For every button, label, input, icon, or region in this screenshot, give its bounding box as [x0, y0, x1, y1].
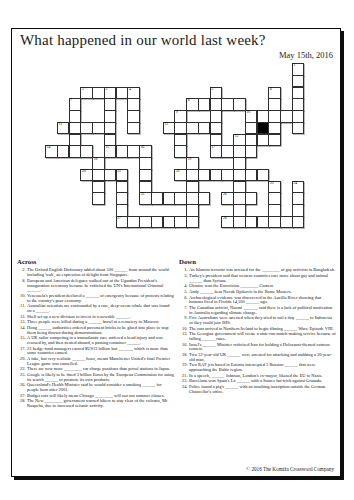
grid-cell — [233, 169, 246, 182]
grid-cell — [139, 216, 152, 229]
grid-cell — [210, 134, 223, 147]
clue-number: 22 — [176, 170, 180, 174]
grid-cell — [221, 145, 234, 158]
grid-cell: 17 — [210, 145, 223, 158]
clue-num: 18. — [179, 353, 189, 363]
clue-number: 19 — [188, 158, 192, 162]
grid-cell — [233, 145, 246, 158]
clue-number: 1 — [293, 64, 295, 68]
grid-cell — [69, 134, 82, 147]
grid-cell — [233, 192, 246, 205]
grid-cell — [186, 169, 199, 182]
grid-cell: 7 — [69, 98, 82, 111]
clue: 11.Australian scientists are confounded … — [17, 304, 174, 314]
grid-cell: 12 — [163, 122, 176, 135]
clue-num: 9. — [179, 316, 189, 326]
grid-cell — [257, 216, 270, 229]
clue-number: 18 — [94, 158, 98, 162]
across-heading: Across — [17, 258, 174, 265]
clue-number: 20 — [82, 170, 86, 174]
clue-number: 14 — [47, 146, 51, 150]
grid-cell: 5 — [210, 87, 223, 100]
clue: 7.The Canadian activist, Naomi ______, s… — [179, 306, 336, 316]
grid-cell — [92, 87, 105, 100]
clue: 2.The Oxford English Dictionary added ab… — [17, 268, 174, 278]
grid-cell — [186, 204, 199, 217]
grid-cell — [221, 169, 234, 182]
crossword-page: What happened in our world last week? Ma… — [11, 28, 341, 477]
clue-number: 10 — [246, 111, 250, 115]
clue-number: 21 — [117, 170, 121, 174]
grid-cell: 18 — [92, 157, 105, 170]
grid-cell — [210, 122, 223, 135]
clue: 20.A fake, but very realistic ______ hoa… — [17, 357, 174, 367]
grid-cell: 13 — [233, 134, 246, 147]
clue-number: 24 — [293, 182, 297, 186]
grid-cell: 1 — [292, 63, 305, 76]
grid-cell: 6 — [268, 87, 281, 100]
grid-cell — [198, 169, 211, 182]
grid-cell — [69, 122, 82, 135]
clue-num: 19. — [179, 363, 189, 373]
grid-cell — [292, 122, 305, 135]
clue-num: 2. — [17, 268, 27, 278]
clue-num: 25. — [17, 373, 27, 383]
grid-cell: 20 — [80, 169, 93, 182]
clue-number: 28 — [223, 217, 227, 221]
grid-cell — [80, 122, 93, 135]
grid-cell — [139, 169, 152, 182]
clue: 24.Police found a pig's ______ with an i… — [179, 385, 336, 395]
crossword-grid: 1234567891011121314151617181920212223242… — [45, 63, 307, 229]
grid-cell — [292, 204, 305, 217]
clue: 6.Archaeological evidence was discovered… — [179, 296, 336, 306]
grid-cell — [104, 98, 117, 111]
clue: 26.Queensland's Health Minister said he … — [17, 383, 174, 393]
clue-text: Queensland's Health Minister said he wou… — [27, 383, 174, 393]
clue-text: 23 hedge-fund managers earned $US13 bill… — [27, 347, 174, 357]
clue-number: 16 — [141, 146, 145, 150]
grid-cell: 11 — [57, 122, 70, 135]
grid-cell — [233, 157, 246, 170]
grid-cell — [257, 110, 270, 123]
clue-num: 6. — [179, 296, 189, 306]
clue-number: 17 — [211, 146, 215, 150]
clue-number: 25 — [141, 193, 145, 197]
grid-cell — [127, 216, 140, 229]
grid-cell — [104, 122, 117, 135]
clue-number: 9 — [176, 111, 178, 115]
grid-cell — [69, 110, 82, 123]
down-clues: Down 1.An Islamist terrorist was arreste… — [179, 258, 336, 395]
grid-cell: 3 — [104, 87, 117, 100]
grid-cell — [104, 169, 117, 182]
clue: 19.Two RAF jets based in Estonia interce… — [179, 363, 336, 373]
clue-text: Archaeological evidence was discovered i… — [189, 296, 336, 306]
grid-cell — [151, 192, 164, 205]
grid-cell: 4 — [127, 87, 140, 100]
clue: 5.Andy ______ beat Novak Djokovic in the… — [179, 290, 336, 295]
grid-cell — [92, 192, 105, 205]
grid-cell — [210, 110, 223, 123]
grid-cell — [210, 98, 223, 111]
grid-cell — [174, 216, 187, 229]
grid-cell — [151, 216, 164, 229]
clue-text: The Georgian government will create a st… — [189, 332, 336, 342]
across-clue-list: 2.The Oxford English Dictionary added ab… — [17, 268, 174, 409]
clue: 9.Five Australians were arrested when th… — [179, 316, 336, 326]
clue-number: 4 — [129, 88, 131, 92]
grid-cell — [268, 192, 281, 205]
clue: 10.Venezuela's president declared a ____… — [17, 294, 174, 304]
clue-text: A fake, but very realistic ______ hoax, … — [27, 357, 174, 367]
clue-number: 7 — [70, 99, 72, 103]
grid-cell — [163, 216, 176, 229]
clue-text: The Canadian activist, Naomi ______, sai… — [189, 306, 336, 316]
clue-text: A UK sailor competing in a transatlantic… — [27, 336, 174, 346]
clue-text: Hong ______ authorities ordered pavement… — [27, 326, 174, 336]
clue-num: 13. — [179, 332, 189, 342]
grid-cell — [268, 216, 281, 229]
clue-number: 26 — [223, 193, 227, 197]
grid-cell — [127, 122, 140, 135]
grid-cell — [245, 145, 258, 158]
grid-cell — [116, 145, 129, 158]
grid-cell: 28 — [221, 216, 234, 229]
grid-cell — [92, 181, 105, 194]
clue-num: 3. — [179, 274, 189, 284]
clue-text: The Oxford English Dictionary added abou… — [27, 268, 174, 278]
clue-num: 17. — [17, 347, 27, 357]
clue-text: Turkey's president said that western cou… — [189, 274, 336, 284]
clue-num: 5. — [179, 290, 189, 295]
grid-cell — [245, 134, 258, 147]
grid-cell — [292, 110, 305, 123]
grid-cell — [268, 98, 281, 111]
clue-num: 28. — [17, 399, 27, 409]
grid-cell — [163, 192, 176, 205]
clue: 8.European and American delegates walked… — [17, 279, 174, 293]
clue-num: 14. — [17, 326, 27, 336]
grid-cell — [257, 134, 270, 147]
page-date: May 15th, 2016 — [279, 50, 333, 60]
grid-cell — [127, 110, 140, 123]
clue: 3.Turkey's president said that western c… — [179, 274, 336, 284]
clue: 14.Hong ______ authorities ordered pavem… — [17, 326, 174, 336]
grid-cell: 2 — [80, 87, 93, 100]
grid-cell — [268, 134, 281, 147]
grid-cell — [127, 98, 140, 111]
clue-number: 8 — [188, 99, 190, 103]
clue-text: Israel's ______ Minister criticised Iran… — [189, 343, 336, 353]
clue-text: Police found a pig's ______ with an insu… — [189, 385, 336, 395]
clue-number: 12 — [164, 123, 168, 127]
grid-cell — [174, 122, 187, 135]
clue-text: Andy ______ beat Novak Djokovic in the R… — [189, 290, 336, 295]
clue-num: 16. — [179, 343, 189, 353]
clue-text: European and American delegates walked o… — [27, 279, 174, 293]
down-heading: Down — [179, 258, 336, 265]
grid-cell — [268, 110, 281, 123]
grid-cell — [210, 169, 223, 182]
black-cell — [257, 122, 270, 135]
grid-cell — [280, 110, 293, 123]
grid-cell: 25 — [139, 192, 152, 205]
clue: 18.Two 12-year-old UK ______ were arrest… — [179, 353, 336, 363]
grid-cell — [186, 181, 199, 194]
clue-number: 11 — [58, 123, 62, 127]
grid-cell — [186, 192, 199, 205]
page-title: What happened in our world last week? — [20, 32, 266, 49]
grid-cell: 10 — [245, 110, 258, 123]
grid-cell — [92, 169, 105, 182]
grid-cell — [257, 169, 270, 182]
clue-number: 23 — [270, 182, 274, 186]
clue-number: 3 — [105, 88, 107, 92]
grid-cell — [292, 98, 305, 111]
clue-num: 24. — [179, 385, 189, 395]
grid-cell — [116, 181, 129, 194]
grid-cell: 8 — [186, 98, 199, 111]
clue: 17.23 hedge-fund managers earned $US13 b… — [17, 347, 174, 357]
grid-cell — [174, 134, 187, 147]
clue-number: 27 — [117, 217, 121, 221]
clue-num: 11. — [17, 304, 27, 314]
grid-cell: 23 — [268, 181, 281, 194]
clue-text: Venezuela's president declared a ______ … — [27, 294, 174, 304]
grid-cell: 26 — [221, 192, 234, 205]
grid-cell — [233, 216, 246, 229]
grid-cell — [80, 145, 93, 158]
grid-cell — [104, 134, 117, 147]
grid-cell: 22 — [174, 169, 187, 182]
grid-cell — [104, 110, 117, 123]
clue-number: 15 — [105, 146, 109, 150]
clue-num: 10. — [17, 294, 27, 304]
grid-cell: 27 — [116, 216, 129, 229]
clue-num: 7. — [179, 306, 189, 316]
grid-cell — [280, 216, 293, 229]
grid-cell — [186, 216, 199, 229]
clue-number: 2 — [82, 88, 84, 92]
grid-cell — [198, 98, 211, 111]
grid-cell — [127, 145, 140, 158]
clue-text: Two RAF jets based in Estonia intercepte… — [189, 363, 336, 373]
clue: 13.The Georgian government will create a… — [179, 332, 336, 342]
clue-text: The New ________ government warned hiker… — [27, 399, 174, 409]
grid-cell: 21 — [116, 169, 129, 182]
clue: 25.Google is likely to be fined 3 billio… — [17, 373, 174, 383]
grid-cell — [116, 204, 129, 217]
grid-cell — [245, 122, 258, 135]
grid-cell — [292, 87, 305, 100]
grid-cell: 24 — [292, 181, 305, 194]
clue-number: 5 — [211, 88, 213, 92]
grid-cell: 14 — [45, 145, 58, 158]
clue-num: 15. — [17, 336, 27, 346]
grid-cell — [233, 204, 246, 217]
grid-cell — [233, 181, 246, 194]
grid-cell — [186, 122, 199, 135]
grid-cell — [245, 169, 258, 182]
clue-number: 13 — [235, 135, 239, 139]
grid-cell — [292, 216, 305, 229]
grid-cell — [245, 216, 258, 229]
clue: 16.Israel's ______ Minister criticised I… — [179, 343, 336, 353]
grid-cell — [221, 98, 234, 111]
grid-cell — [69, 145, 82, 158]
clue: 15.A UK sailor competing in a transatlan… — [17, 336, 174, 346]
clue-text: Google is likely to be fined 3 billion E… — [27, 373, 174, 383]
clue: 28.The New ________ government warned hi… — [17, 399, 174, 409]
clue-text: Two 12-year-old UK ______ were arrested … — [189, 353, 336, 363]
grid-cell — [174, 145, 187, 158]
clue-number: 6 — [270, 88, 272, 92]
across-clues: Across 2.The Oxford English Dictionary a… — [17, 258, 174, 410]
grid-cell — [92, 122, 105, 135]
down-clue-list: 1.An Islamist terrorist was arrested for… — [179, 268, 336, 394]
copyright-footer: © 2016 The Komiža Crossword Company — [246, 466, 334, 472]
grid-cell: 19 — [186, 157, 199, 170]
clue-num: 20. — [17, 357, 27, 367]
clue-text: Australian scientists are confounded by … — [27, 304, 174, 314]
grid-cell — [139, 157, 152, 170]
grid-cell: 15 — [104, 145, 117, 158]
grid-cell — [174, 192, 187, 205]
clue-text: Five Australians were arrested when they… — [189, 316, 336, 326]
grid-cell — [268, 204, 281, 217]
grid-cell — [245, 192, 258, 205]
grid-cell: 16 — [139, 145, 152, 158]
grid-cell — [198, 122, 211, 135]
grid-cell — [233, 98, 246, 111]
grid-cell — [116, 192, 129, 205]
clue-num: 26. — [17, 383, 27, 393]
grid-cell — [116, 87, 129, 100]
grid-cell — [198, 192, 211, 205]
grid-cell — [57, 145, 70, 158]
clue-num: 8. — [17, 279, 27, 293]
grid-cell — [139, 181, 152, 194]
grid-cell — [292, 75, 305, 88]
grid-cell: 9 — [174, 110, 187, 123]
grid-cell — [292, 192, 305, 205]
grid-cell — [268, 122, 281, 135]
